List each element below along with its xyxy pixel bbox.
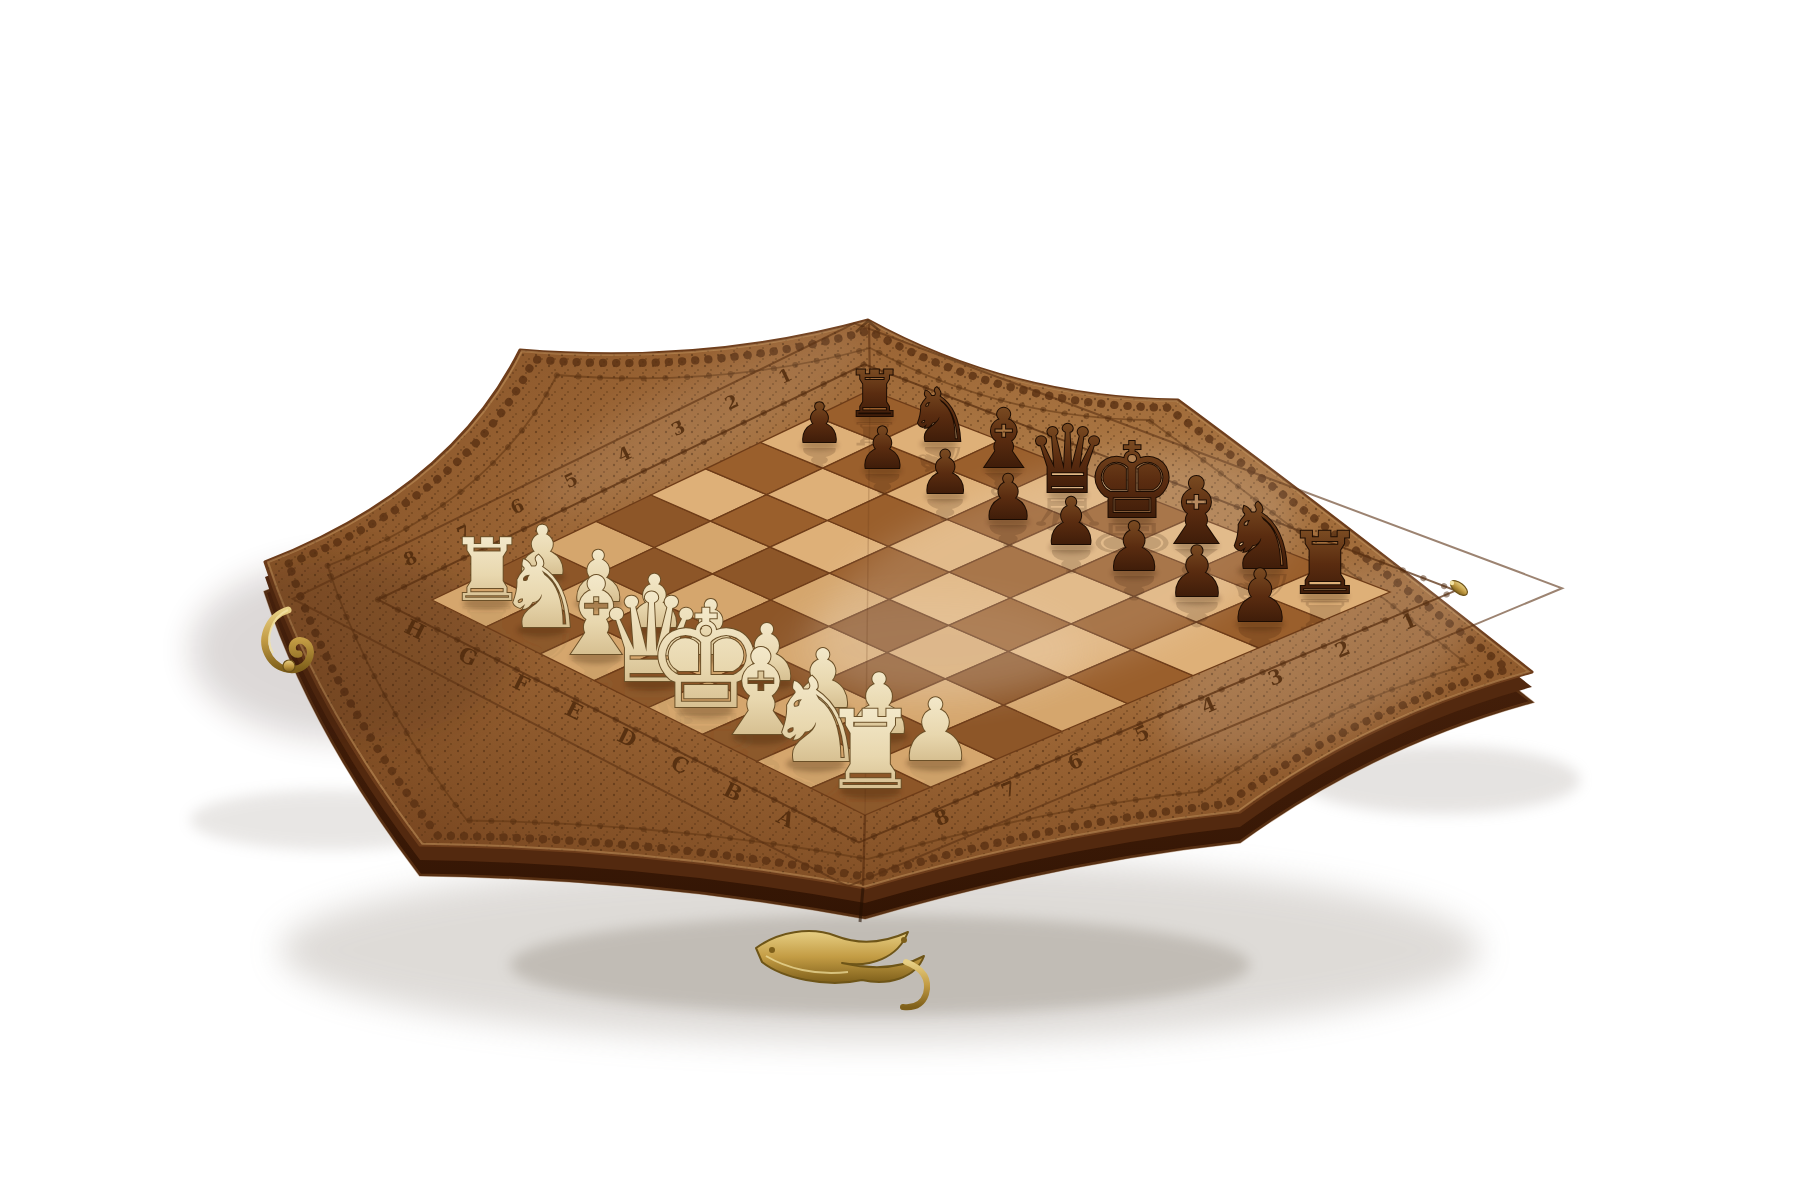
piece-black-rook-h8[interactable]: ♜ [1287, 514, 1364, 613]
piece-black-pawn-g7[interactable]: ♟ [1166, 531, 1228, 612]
piece-black-pawn-b7[interactable]: ♟ [857, 415, 908, 481]
product-photo-stage: HGFEDCBA1234567812345678 ♜♞♟♝♟♛♟♚♟♝♟♞♟♟♜… [0, 0, 1800, 1200]
piece-white-rook-h1[interactable]: ♜ [822, 687, 920, 814]
piece-black-pawn-a7[interactable]: ♟ [795, 391, 844, 455]
piece-black-pawn-h7[interactable]: ♟ [1228, 554, 1293, 638]
piece-black-pawn-f7[interactable]: ♟ [1104, 508, 1164, 586]
chess-set-photo: HGFEDCBA1234567812345678 ♜♞♟♝♟♛♟♚♟♝♟♞♟♟♜… [0, 0, 1800, 1200]
piece-black-pawn-c7[interactable]: ♟ [919, 438, 972, 507]
piece-black-pawn-d7[interactable]: ♟ [980, 461, 1036, 534]
piece-black-pawn-e7[interactable]: ♟ [1042, 484, 1100, 559]
